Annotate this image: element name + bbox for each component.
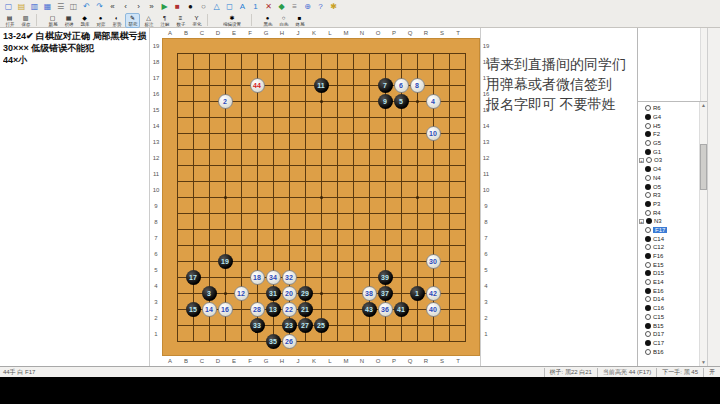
white-stone-42-R4[interactable]: 42	[426, 286, 441, 301]
tree-move-label: C12	[653, 244, 664, 250]
black-stone-39-O5[interactable]: 39	[378, 270, 393, 285]
tree-move-label: C16	[653, 305, 664, 311]
black-stone-33-F2[interactable]: 33	[250, 318, 265, 333]
tree-move-label: G5	[653, 140, 661, 146]
coordinate-letter: T	[450, 28, 466, 38]
white-stone-4-R16[interactable]: 4	[426, 94, 441, 109]
coordinate-letter: F	[242, 28, 258, 38]
coordinate-number: 8	[150, 214, 162, 230]
coordinate-letter: D	[210, 356, 226, 366]
number-mark-icon[interactable]: 1	[250, 2, 261, 12]
white-stone-icon	[645, 140, 651, 146]
status-bar: 44手 白 F17 棋子: 黑22 白21当前高亮 44 (F17)下一手: 黑…	[0, 366, 720, 377]
tree-move-label: N4	[653, 175, 661, 181]
black-stone-icon	[646, 218, 652, 224]
black-stone-icon	[645, 323, 651, 329]
tree-expander-icon[interactable]: +	[639, 158, 644, 163]
black-stone-5-P16[interactable]: 5	[394, 94, 409, 109]
commentary-line: 44×小	[3, 54, 147, 66]
zoom-icon[interactable]: ⊕	[302, 2, 313, 12]
white-stone-icon	[645, 349, 651, 355]
coordinate-number: 11	[150, 166, 162, 182]
coordinate-letter: E	[226, 28, 242, 38]
tree-move-label: C14	[653, 236, 664, 242]
tree-move-F16[interactable]: F16	[638, 252, 700, 261]
tree-move-P3[interactable]: P3	[638, 200, 700, 209]
coordinate-number: 4	[480, 278, 492, 294]
coordinate-letter: C	[194, 28, 210, 38]
tree-move-F17[interactable]: F17	[638, 226, 700, 235]
estimate-icon: ◐	[115, 15, 119, 21]
white-stone-icon	[645, 210, 651, 216]
black-stone-25-K2[interactable]: 25	[314, 318, 329, 333]
toolbar-button-label: 题库	[80, 21, 89, 26]
coordinate-letter: B	[178, 28, 194, 38]
info-box-scrollbar[interactable]	[700, 28, 707, 101]
white-stone-16-D3[interactable]: 16	[218, 302, 233, 317]
end-game-icon: ■	[298, 15, 302, 21]
coordinate-number: 4	[150, 278, 162, 294]
tree-scrollbar-thumb[interactable]	[700, 144, 707, 190]
new-game-button[interactable]: ▢新局	[45, 13, 60, 28]
count-icon: ≡	[179, 15, 183, 21]
tree-move-G1[interactable]: G1	[638, 147, 700, 156]
toolbar-button-label: 对弈	[96, 21, 105, 26]
white-stone-icon	[645, 227, 651, 233]
tree-move-G5[interactable]: G5	[638, 139, 700, 148]
black-stone-icon	[645, 166, 651, 172]
announcement-line: 报名字即可 不要带姓	[486, 95, 635, 115]
white-stone-30-R6[interactable]: 30	[426, 254, 441, 269]
toolbar-button-label: 注解	[160, 21, 169, 26]
coordinate-number: 16	[150, 86, 162, 102]
score-icon[interactable]: ≡	[289, 2, 300, 12]
coordinate-number: 12	[480, 150, 492, 166]
white-stone-icon	[645, 244, 651, 250]
white-stone-icon	[645, 175, 651, 181]
star-point	[320, 196, 323, 199]
black-stone-icon	[645, 305, 651, 311]
white-stone-icon	[646, 157, 652, 163]
coordinate-letter: H	[274, 28, 290, 38]
toolbar-button-label: 打开	[5, 21, 14, 26]
black-stone-3-C4[interactable]: 3	[202, 286, 217, 301]
tree-move-R3[interactable]: R3	[638, 191, 700, 200]
coordinate-number: 12	[150, 150, 162, 166]
coordinate-letter: B	[178, 356, 194, 366]
tree-move-label: F17	[653, 227, 667, 233]
white-stone-icon	[645, 262, 651, 268]
black-stone-icon	[645, 149, 651, 155]
tree-move-C14[interactable]: C14	[638, 234, 700, 243]
coordinate-number: 7	[480, 230, 492, 246]
black-stone-icon	[645, 236, 651, 242]
status-segment: 当前高亮 44 (F17)	[597, 368, 656, 377]
status-current-move: 44手 白 F17	[0, 368, 544, 377]
announcement-panel: 请来到直播间的同学们 用弹幕或者微信签到 报名字即可 不要带姓	[481, 28, 638, 366]
coordinate-letter: G	[258, 356, 274, 366]
play-button[interactable]: ●对弈	[93, 13, 108, 28]
coordinate-letter: J	[290, 356, 306, 366]
scroll-down-icon[interactable]: ▼	[700, 359, 707, 366]
black-stone-23-H2[interactable]: 23	[282, 318, 297, 333]
stop-icon[interactable]: ■	[172, 2, 183, 12]
white-stone-6-P17[interactable]: 6	[394, 78, 409, 93]
coordinate-letter: N	[354, 28, 370, 38]
star-point	[416, 100, 419, 103]
print-icon[interactable]: ☰	[55, 2, 66, 12]
coordinate-number: 16	[480, 86, 492, 102]
toolbar-button-label: 形势	[112, 21, 121, 26]
tree-move-label: R4	[653, 210, 661, 216]
copy-icon[interactable]: ◫	[68, 2, 79, 12]
study-button[interactable]: ✎研究	[125, 13, 140, 28]
tree-move-D15[interactable]: D15	[638, 269, 700, 278]
coordinate-number: 5	[480, 262, 492, 278]
edit-settings-button[interactable]: ✱编辑设置	[216, 13, 248, 28]
tree-move-label: B15	[653, 323, 664, 329]
triangle-mark-icon[interactable]: △	[211, 2, 222, 12]
coordinate-number: 10	[480, 182, 492, 198]
coordinate-letter: Q	[402, 28, 418, 38]
toolbar-button-label: 保存	[21, 21, 30, 26]
coordinate-number: 2	[150, 310, 162, 326]
problems-icon: ◆	[82, 15, 87, 21]
toolbar-icon-row: ▢▤▥▦☰◫↶↷«‹›»▶■●○△◻A1✕◆≡⊕?✱	[0, 0, 720, 13]
white-stone-2-D16[interactable]: 2	[218, 94, 233, 109]
save-file-button[interactable]: ▥保存	[18, 13, 33, 28]
go-software-window: ▢▤▥▦☰◫↶↷«‹›»▶■●○△◻A1✕◆≡⊕?✱ ▤打开▥保存▢新局▦棋谱◆…	[0, 0, 720, 377]
tree-move-label: E16	[653, 288, 664, 294]
mark-button[interactable]: △标注	[141, 13, 156, 28]
star-point	[416, 196, 419, 199]
black-first-icon: ●	[266, 15, 270, 21]
coordinate-number: 9	[480, 198, 492, 214]
move-tree-panel: R6G4H5F2G5G1+O3O4N4O5R3P3R4+N3F17C14C12F…	[638, 28, 708, 366]
letter-mark-icon[interactable]: A	[237, 2, 248, 12]
tree-move-label: D14	[653, 296, 664, 302]
study-icon: ✎	[130, 15, 135, 21]
tree-move-G4[interactable]: G4	[638, 113, 700, 122]
coordinate-number: 14	[150, 118, 162, 134]
tree-move-label: O4	[653, 166, 661, 172]
last-move-icon[interactable]: »	[146, 2, 157, 12]
tree-move-N3[interactable]: +N3	[638, 217, 700, 226]
tree-move-label: R3	[653, 192, 661, 198]
tree-move-label: D15	[653, 270, 664, 276]
white-stone-36-O3[interactable]: 36	[378, 302, 393, 317]
white-first-button[interactable]: ○白先	[276, 13, 291, 28]
black-stone-17-B5[interactable]: 17	[186, 270, 201, 285]
white-stone-10-R14[interactable]: 10	[426, 126, 441, 141]
toolbar-separator	[207, 14, 213, 26]
black-stone-9-O16[interactable]: 9	[378, 94, 393, 109]
tree-move-label: G1	[653, 149, 661, 155]
tree-move-E14[interactable]: E14	[638, 278, 700, 287]
coordinate-number: 2	[480, 310, 492, 326]
square-mark-icon[interactable]: ◻	[224, 2, 235, 12]
count-button[interactable]: ≡数子	[173, 13, 188, 28]
black-stone-icon	[645, 288, 651, 294]
edit-settings-icon: ✱	[229, 15, 234, 21]
tree-move-F2[interactable]: F2	[638, 130, 700, 139]
undo-icon[interactable]: ↶	[81, 2, 92, 12]
tree-move-label: H5	[653, 123, 661, 129]
tree-move-H5[interactable]: H5	[638, 121, 700, 130]
black-stone-11-K17[interactable]: 11	[314, 78, 329, 93]
white-stone-20-H4[interactable]: 20	[282, 286, 297, 301]
prev-move-icon[interactable]: ‹	[120, 2, 131, 12]
black-stone-35-G1[interactable]: 35	[266, 334, 281, 349]
tree-move-E16[interactable]: E16	[638, 286, 700, 295]
comment-icon: ¶	[163, 15, 166, 21]
black-stone-icon	[645, 114, 651, 120]
black-stone-icon	[645, 131, 651, 137]
tree-move-D17[interactable]: D17	[638, 330, 700, 339]
tree-scrollbar[interactable]: ▲ ▼	[699, 102, 707, 366]
coordinate-letter: G	[258, 28, 274, 38]
coordinate-number: 3	[150, 294, 162, 310]
tree-move-R6[interactable]: R6	[638, 104, 700, 113]
problems-button[interactable]: ◆题库	[77, 13, 92, 28]
tree-move-C15[interactable]: C15	[638, 313, 700, 322]
white-stone-32-H5[interactable]: 32	[282, 270, 297, 285]
white-stone-38-N4[interactable]: 38	[362, 286, 377, 301]
tree-move-label: E15	[653, 262, 664, 268]
coordinate-letter: S	[434, 28, 450, 38]
announcement-line: 请来到直播间的同学们	[486, 55, 635, 75]
coordinate-number: 7	[150, 230, 162, 246]
coordinate-letter: Q	[402, 356, 418, 366]
white-stone-icon[interactable]: ○	[198, 2, 209, 12]
black-stone-31-G4[interactable]: 31	[266, 286, 281, 301]
toolbar-button-label: 数子	[176, 21, 185, 26]
toolbar-button-label: 终局	[295, 21, 304, 26]
settings-icon[interactable]: ✱	[328, 2, 339, 12]
next-move-icon[interactable]: ›	[133, 2, 144, 12]
coordinate-number: 13	[480, 134, 492, 150]
tree-move-label: P3	[653, 201, 660, 207]
board-wrap: ABCDEFGHJKLMNOPQRST 19181716151413121110…	[150, 28, 492, 366]
engine-icon[interactable]: ◆	[276, 2, 287, 12]
toolbar-button-label: 棋谱	[64, 21, 73, 26]
estimate-button[interactable]: ◐形势	[109, 13, 124, 28]
black-stone-15-B3[interactable]: 15	[186, 302, 201, 317]
open-file-button[interactable]: ▤打开	[2, 13, 17, 28]
tree-move-D14[interactable]: D14	[638, 295, 700, 304]
toolbar: ▢▤▥▦☰◫↶↷«‹›»▶■●○△◻A1✕◆≡⊕?✱ ▤打开▥保存▢新局▦棋谱◆…	[0, 0, 720, 28]
save-file-icon: ▥	[23, 15, 29, 21]
coordinate-number: 19	[480, 38, 492, 54]
tree-move-label: D17	[653, 331, 664, 337]
toolbar-button-row: ▤打开▥保存▢新局▦棋谱◆题库●对弈◐形势✎研究△标注¶注解≡数子Y变化✱编辑设…	[0, 13, 720, 28]
coordinate-number: 19	[150, 38, 162, 54]
black-stone-7-O17[interactable]: 7	[378, 78, 393, 93]
kifu-button[interactable]: ▦棋谱	[61, 13, 76, 28]
white-stone-icon	[645, 296, 651, 302]
coordinate-letter: K	[306, 356, 322, 366]
black-first-button[interactable]: ●黑先	[260, 13, 275, 28]
coordinate-number: 17	[150, 70, 162, 86]
comment-button[interactable]: ¶注解	[157, 13, 172, 28]
black-stone-41-P3[interactable]: 41	[394, 302, 409, 317]
black-stone-13-G3[interactable]: 13	[266, 302, 281, 317]
coordinate-number: 15	[150, 102, 162, 118]
coordinate-number: 6	[150, 246, 162, 262]
board-numbers-right: 19181716151413121110987654321	[480, 38, 492, 356]
star-point	[320, 292, 323, 295]
status-segment: 棋子: 黑22 白21	[544, 368, 597, 377]
tree-move-N4[interactable]: N4	[638, 174, 700, 183]
black-stone-43-N3[interactable]: 43	[362, 302, 377, 317]
toolbar-button-label: 研究	[128, 21, 137, 26]
tree-info-box	[638, 28, 707, 102]
tree-move-label: O5	[653, 184, 661, 190]
toolbar-separator	[36, 14, 42, 26]
coordinate-letter: R	[418, 356, 434, 366]
tree-move-label: N3	[654, 218, 662, 224]
white-stone-28-F3[interactable]: 28	[250, 302, 265, 317]
white-stone-12-E4[interactable]: 12	[234, 286, 249, 301]
coordinate-letter: P	[386, 356, 402, 366]
white-stone-22-H3[interactable]: 22	[282, 302, 297, 317]
star-point	[320, 100, 323, 103]
coordinate-letter: R	[418, 28, 434, 38]
commentary-panel: 13-24✔ 白棋应对正确 局部黑棋亏损 30××× 低级错误不能犯 44×小	[0, 28, 150, 366]
white-stone-14-C3[interactable]: 14	[202, 302, 217, 317]
toolbar-button-label: 标注	[144, 21, 153, 26]
black-stone-19-D6[interactable]: 19	[218, 254, 233, 269]
white-stone-icon	[645, 192, 651, 198]
status-segment: 开	[703, 368, 720, 377]
play-icon[interactable]: ▶	[159, 2, 170, 12]
first-move-icon[interactable]: «	[107, 2, 118, 12]
toolbar-button-label: 白先	[279, 21, 288, 26]
toolbar-separator	[251, 14, 257, 26]
tree-move-label: E14	[653, 279, 664, 285]
save-all-icon[interactable]: ▦	[42, 2, 53, 12]
tree-move-O4[interactable]: O4	[638, 165, 700, 174]
coordinate-letter: M	[338, 28, 354, 38]
delete-icon[interactable]: ✕	[263, 2, 274, 12]
coordinate-letter: C	[194, 356, 210, 366]
black-stone-29-J4[interactable]: 29	[298, 286, 313, 301]
coordinate-letter: H	[274, 356, 290, 366]
open-icon[interactable]: ▤	[16, 2, 27, 12]
tree-move-R4[interactable]: R4	[638, 208, 700, 217]
coordinate-letter: P	[386, 28, 402, 38]
black-stone-27-J2[interactable]: 27	[298, 318, 313, 333]
coordinate-letter: M	[338, 356, 354, 366]
white-first-icon: ○	[282, 15, 286, 21]
black-stone-icon	[645, 201, 651, 207]
coordinate-number: 18	[480, 54, 492, 70]
white-stone-44-F17[interactable]: 44	[250, 78, 265, 93]
status-segment: 下一手: 黑 45	[656, 368, 703, 377]
mark-icon: △	[146, 15, 151, 21]
board-numbers-left: 19181716151413121110987654321	[150, 38, 162, 356]
save-icon[interactable]: ▥	[29, 2, 40, 12]
coordinate-number: 5	[150, 262, 162, 278]
white-stone-icon	[645, 105, 651, 111]
help-icon[interactable]: ?	[315, 2, 326, 12]
coordinate-number: 6	[480, 246, 492, 262]
scroll-up-icon[interactable]: ▲	[700, 102, 707, 109]
coordinate-letter: D	[210, 28, 226, 38]
white-stone-18-F5[interactable]: 18	[250, 270, 265, 285]
redo-icon[interactable]: ↷	[94, 2, 105, 12]
white-stone-icon	[645, 314, 651, 320]
board-panel: ABCDEFGHJKLMNOPQRST 19181716151413121110…	[150, 28, 481, 366]
coordinate-letter: K	[306, 28, 322, 38]
black-stone-21-J3[interactable]: 21	[298, 302, 313, 317]
main-area: 13-24✔ 白棋应对正确 局部黑棋亏损 30××× 低级错误不能犯 44×小 …	[0, 28, 720, 366]
end-game-button[interactable]: ■终局	[292, 13, 307, 28]
white-stone-40-R3[interactable]: 40	[426, 302, 441, 317]
white-stone-34-G5[interactable]: 34	[266, 270, 281, 285]
black-stone-icon	[645, 253, 651, 259]
tree-move-O5[interactable]: O5	[638, 182, 700, 191]
goban[interactable]: 1234567891011121314151617181920212223252…	[162, 38, 480, 356]
coordinate-number: 1	[150, 326, 162, 342]
coordinate-number: 10	[150, 182, 162, 198]
black-stone-37-O4[interactable]: 37	[378, 286, 393, 301]
tree-expander-icon[interactable]: +	[639, 219, 644, 224]
variation-icon: Y	[194, 15, 198, 21]
black-stone-icon[interactable]: ●	[185, 2, 196, 12]
toolbar-button-label: 编辑设置	[223, 21, 241, 26]
tree-move-O3[interactable]: +O3	[638, 156, 700, 165]
board-letters-top: ABCDEFGHJKLMNOPQRST	[162, 28, 492, 38]
board-letters-bottom: ABCDEFGHJKLMNOPQRST	[162, 356, 492, 366]
coordinate-letter: A	[162, 356, 178, 366]
coordinate-letter: L	[322, 28, 338, 38]
black-stone-icon	[645, 340, 651, 346]
coordinate-number: 14	[480, 118, 492, 134]
tree-move-E15[interactable]: E15	[638, 260, 700, 269]
coordinate-letter: N	[354, 356, 370, 366]
toolbar-button-label: 新局	[48, 21, 57, 26]
tree-move-label: O3	[654, 157, 662, 163]
app-screenshot: ▢▤▥▦☰◫↶↷«‹›»▶■●○△◻A1✕◆≡⊕?✱ ▤打开▥保存▢新局▦棋谱◆…	[0, 0, 720, 404]
tree-move-B16[interactable]: B16	[638, 347, 700, 356]
white-stone-8-Q17[interactable]: 8	[410, 78, 425, 93]
coordinate-number: 15	[480, 102, 492, 118]
tree-move-label: C15	[653, 314, 664, 320]
kifu-icon: ▦	[66, 15, 72, 21]
coordinate-number: 9	[150, 198, 162, 214]
coordinate-number: 8	[480, 214, 492, 230]
black-stone-1-Q4[interactable]: 1	[410, 286, 425, 301]
window-edge-strip	[708, 28, 720, 366]
star-point	[224, 196, 227, 199]
commentary-line: 30××× 低级错误不能犯	[3, 42, 147, 54]
new-icon[interactable]: ▢	[3, 2, 14, 12]
move-tree-list: R6G4H5F2G5G1+O3O4N4O5R3P3R4+N3F17C14C12F…	[638, 102, 707, 366]
white-stone-26-H1[interactable]: 26	[282, 334, 297, 349]
tree-move-C12[interactable]: C12	[638, 243, 700, 252]
variation-button[interactable]: Y变化	[189, 13, 204, 28]
tree-move-B15[interactable]: B15	[638, 321, 700, 330]
coordinate-letter: T	[450, 356, 466, 366]
coordinate-letter: O	[370, 28, 386, 38]
white-stone-icon	[645, 331, 651, 337]
tree-move-C16[interactable]: C16	[638, 304, 700, 313]
tree-move-label: F2	[653, 131, 660, 137]
tree-move-C17[interactable]: C17	[638, 339, 700, 348]
coordinate-number: 13	[150, 134, 162, 150]
black-stone-icon	[645, 270, 651, 276]
